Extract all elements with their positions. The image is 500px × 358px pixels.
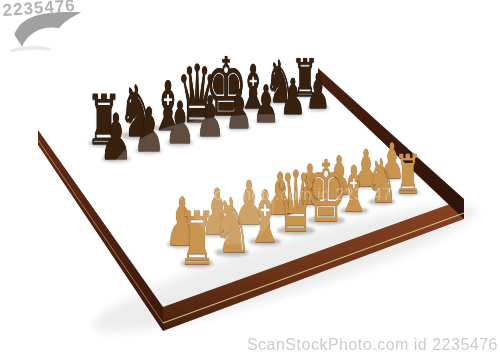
piece-shadow — [354, 183, 377, 189]
piece-white-bishop-f1: ♝ — [338, 158, 371, 221]
piece-shadow — [215, 248, 249, 256]
piece-shadow — [202, 230, 231, 237]
piece-white-pawn-a2: ♟ — [165, 189, 200, 256]
piece-shadow — [297, 201, 322, 207]
piece-shadow — [235, 220, 262, 227]
piece-shadow — [327, 192, 351, 198]
piece-white-rook-a1: ♜ — [178, 203, 216, 276]
piece-black-bishop-f8: ♝ — [237, 57, 269, 118]
piece-shadow — [293, 93, 316, 99]
piece-shadow — [396, 190, 420, 196]
piece-black-rook-a8: ♜ — [87, 86, 123, 155]
piece-black-pawn-e7: ♟ — [225, 83, 253, 137]
piece-black-knight-b8: ♞ — [118, 76, 155, 147]
piece-shadow — [152, 125, 183, 133]
piece-white-bishop-c1: ♝ — [246, 181, 284, 253]
watermark-bottom-text: ScanStockPhoto.com id 2235476 — [247, 336, 498, 354]
piece-black-pawn-h7: ♟ — [306, 68, 331, 116]
piece-shadow — [135, 147, 162, 154]
piece-black-queen-d8: ♛ — [176, 54, 218, 134]
piece-black-pawn-g7: ♟ — [280, 73, 306, 123]
piece-white-rook-h1: ♜ — [394, 148, 422, 202]
piece-shadow — [167, 140, 193, 146]
piece-shadow — [277, 226, 315, 235]
piece-white-queen-d1: ♛ — [274, 160, 318, 244]
piece-shadow — [197, 132, 222, 138]
piece-black-pawn-b7: ♟ — [133, 100, 165, 161]
piece-black-pawn-a7: ♟ — [100, 106, 133, 170]
piece-shadow — [255, 118, 278, 124]
piece-shadow — [121, 132, 153, 140]
stock-photo-chess-scene: 2235476 AABBCCDDEEFFGGHH112233445566778 — [0, 0, 500, 358]
piece-white-pawn-h2: ♟ — [379, 137, 405, 186]
piece-shadow — [167, 241, 197, 248]
piece-shadow — [368, 198, 395, 205]
piece-shadow — [340, 207, 369, 214]
piece-shadow — [248, 237, 281, 245]
piece-black-pawn-c7: ♟ — [165, 94, 195, 152]
piece-black-king-e8: ♚ — [205, 47, 247, 128]
piece-white-knight-g1: ♞ — [366, 151, 398, 212]
piece-shadow — [240, 105, 267, 112]
piece-white-pawn-e2: ♟ — [296, 157, 325, 213]
piece-black-pawn-d7: ♟ — [195, 89, 224, 145]
piece-shadow — [181, 260, 214, 268]
piece-shadow — [208, 110, 244, 119]
piece-black-knight-g8: ♞ — [264, 53, 294, 112]
piece-white-pawn-b2: ♟ — [200, 181, 233, 245]
piece-black-pawn-f7: ♟ — [253, 78, 280, 130]
piece-shadow — [102, 155, 131, 162]
piece-white-pawn-d2: ♟ — [265, 165, 295, 223]
piece-shadow — [179, 117, 215, 126]
piece-shadow — [307, 216, 345, 225]
piece-shadow — [381, 175, 403, 180]
piece-white-pawn-g2: ♟ — [353, 143, 380, 194]
piece-black-bishop-c8: ♝ — [150, 71, 186, 139]
piece-white-king-e1: ♚ — [304, 150, 348, 235]
piece-shadow — [308, 105, 330, 110]
piece-shadow — [282, 112, 304, 117]
piece-shadow — [227, 125, 251, 131]
piece-white-knight-b1: ♞ — [212, 189, 251, 265]
piece-white-pawn-c2: ♟ — [233, 173, 265, 234]
piece-shadow — [267, 210, 293, 216]
piece-shadow — [89, 140, 120, 148]
piece-black-rook-h8: ♜ — [292, 52, 319, 104]
piece-shadow — [266, 98, 292, 104]
piece-white-pawn-f2: ♟ — [325, 150, 353, 203]
